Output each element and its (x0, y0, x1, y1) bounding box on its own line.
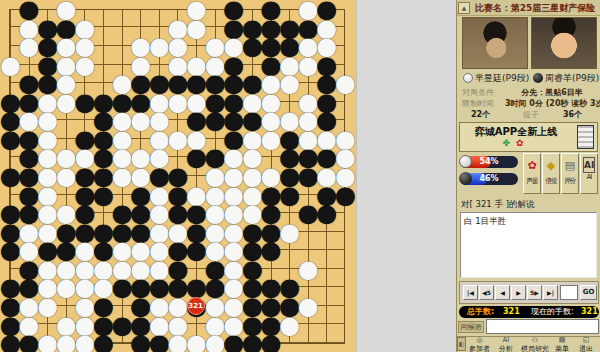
total-moves-label: 总手数: (467, 306, 494, 318)
forward-1-button[interactable]: ▶ (511, 285, 526, 300)
black-stone: ● (0, 334, 19, 352)
black-stone: ● (93, 334, 112, 352)
research-icon: ⚇ (521, 337, 549, 344)
game-info-panel: ▲ 比赛名：第25届三星财产保险 芈昱廷(P9段) 周睿羊(P9段) 对局条件 … (456, 0, 600, 352)
black-stone: ● (186, 148, 205, 167)
phone-icon (577, 125, 594, 149)
white-stone: ● (167, 93, 186, 112)
black-stone: ● (0, 130, 19, 149)
total-moves-value: 321 (503, 306, 520, 318)
move-count-bar: 总手数: 321 现在的手数: 321 (459, 306, 599, 318)
white-stone: ● (74, 56, 93, 75)
black-stone: ● (149, 334, 168, 352)
time-limit-row: 限制时间 3时间 0分 (20秒 读秒 3次) (457, 98, 600, 109)
panel-collapse-handle[interactable]: ◧ (457, 337, 466, 351)
black-captures-count: 36个 (563, 109, 582, 120)
black-vote-bar: 46% (460, 173, 518, 185)
first-move-button[interactable]: |◀ (463, 285, 478, 300)
last-move-badge: 321 (187, 297, 205, 315)
move-navigation-bar: |◀ ◀5 ◀ ▶ 5▶ ▶| GO (459, 281, 599, 304)
white-stone: ● (298, 297, 317, 316)
black-stone: ● (74, 93, 93, 112)
participants-label: 参加者 (469, 345, 490, 352)
exit-icon: ◱ (579, 337, 593, 344)
black-stone: ● (242, 334, 261, 352)
black-stone-icon (533, 73, 543, 83)
white-vote-bar: 54% (460, 156, 518, 168)
black-stone: ● (261, 334, 280, 352)
white-stone: ● (130, 111, 149, 130)
exit-button[interactable]: ◱退出 (579, 337, 593, 352)
white-stone: ● (167, 334, 186, 352)
board-panel-gap (356, 0, 457, 352)
red-gift-icon[interactable]: ✿ (516, 138, 530, 148)
bet-points-button[interactable]: ▤ 押分 (561, 153, 579, 194)
white-stone: ● (37, 297, 56, 316)
white-captures-count: 22个 (471, 109, 490, 120)
white-stone: ● (186, 19, 205, 38)
conditions-label: 对局条件 (462, 87, 494, 98)
white-stone: ● (149, 37, 168, 56)
last-move-button[interactable]: ▶| (543, 285, 558, 300)
game-research-label: 棋局研究 (521, 345, 549, 352)
white-stone: ● (298, 56, 317, 75)
ai-icon: AI (583, 157, 595, 173)
back-1-button[interactable]: ◀ (495, 285, 510, 300)
menu-label: 菜单 (555, 345, 569, 352)
current-move-value: 321 (581, 306, 598, 318)
white-stone: ● (74, 334, 93, 352)
app-window: ●●●●●●●●●●●●●●●●●●●●●●●●●●●●●●●●●●●●●●●●… (0, 0, 600, 352)
gift-icons: ✤✿ (460, 138, 572, 148)
game-research-button[interactable]: ⚇棋局研究 (521, 337, 549, 352)
match-title-bar: ▲ 比赛名：第25届三星财产保险 (457, 0, 600, 16)
bottom-toolbar: ◎参加者 AI分析 ⚇棋局研究 ▤菜单 ◱退出 (457, 336, 600, 352)
black-stone: ● (298, 204, 317, 223)
ai-analysis-label: 分析 (499, 345, 513, 352)
black-stone: ● (279, 186, 298, 205)
white-stone: ● (335, 74, 354, 93)
white-stone: ● (279, 74, 298, 93)
go-button[interactable]: GO (580, 285, 597, 300)
black-stone: ● (298, 167, 317, 186)
cheer-label: 声援 (525, 176, 539, 186)
ai-label: AI (582, 173, 596, 181)
white-stone: ● (56, 167, 75, 186)
white-player-name: 芈昱廷(P9段) (475, 73, 529, 83)
menu-button[interactable]: ▤菜单 (555, 337, 569, 352)
messenger-button[interactable]: ◆ 信使 (542, 153, 560, 194)
time-limit-label: 限制时间 (462, 98, 494, 109)
black-stone: ● (223, 334, 242, 352)
black-stone: ● (130, 334, 149, 352)
captures-label: 提子 (523, 109, 539, 120)
white-stone: ● (279, 223, 298, 242)
black-vote-stone-icon (459, 172, 472, 185)
cheer-button[interactable]: ✿ 声援 (523, 153, 541, 194)
game-conditions-row: 对局条件 分先：黑贴6目半 (457, 87, 600, 98)
white-stone: ● (279, 316, 298, 335)
bet-points-label: 押分 (563, 176, 577, 186)
time-limit-value: 3时间 0分 (20秒 读秒 3次) (505, 98, 599, 109)
forward-5-button[interactable]: 5▶ (527, 285, 542, 300)
greeting-input[interactable] (486, 319, 599, 334)
commentary-header: 对[ 321 手 ]的解说 (461, 199, 534, 211)
ai-analysis-button[interactable]: AI分析 (499, 337, 513, 352)
black-stone: ● (112, 278, 131, 297)
black-stone: ● (335, 186, 354, 205)
white-stone: ● (205, 334, 224, 352)
black-player-name: 周睿羊(P9段) (545, 73, 599, 83)
app-promo-banner[interactable]: 弈城APP全新上线 ✤✿ (459, 122, 598, 152)
gold-ingot-icon: ◆ (543, 154, 559, 176)
captures-row: 22个 提子 36个 (457, 109, 600, 120)
black-player-photo (531, 17, 597, 69)
participants-button[interactable]: ◎参加者 (469, 337, 490, 352)
current-move-label: 现在的手数: (531, 306, 574, 318)
white-stone: ● (186, 334, 205, 352)
rose-icon: ✿ (524, 154, 540, 176)
white-stone: ● (0, 56, 19, 75)
person-icon: ◎ (469, 337, 490, 344)
white-stone: ● (261, 130, 280, 149)
white-stone: ● (37, 334, 56, 352)
white-stone: ● (19, 37, 38, 56)
white-player-name-row: 芈昱廷(P9段) (463, 72, 529, 84)
go-board[interactable]: ●●●●●●●●●●●●●●●●●●●●●●●●●●●●●●●●●●●●●●●●… (0, 0, 356, 352)
black-stone: ● (19, 334, 38, 352)
black-stone: ● (0, 241, 19, 260)
white-stone: ● (56, 93, 75, 112)
black-stone: ● (242, 37, 261, 56)
banner-text: 弈城APP全新上线 (460, 125, 572, 139)
white-stone-icon (463, 73, 473, 83)
black-stone: ● (186, 241, 205, 260)
coins-icon: ▤ (562, 154, 578, 176)
black-stone: ● (205, 111, 224, 130)
black-stone: ● (0, 167, 19, 186)
collapse-button[interactable]: ▲ (458, 2, 470, 14)
green-gift-icon[interactable]: ✤ (502, 138, 516, 148)
black-stone: ● (93, 186, 112, 205)
menu-icon: ▤ (555, 337, 569, 344)
match-title: 比赛名：第25届三星财产保险 (471, 2, 599, 15)
black-stone: ● (261, 241, 280, 260)
white-stone: ● (112, 167, 131, 186)
black-player-name-row: 周睿羊(P9段) (533, 72, 599, 84)
white-vote-stone-icon (459, 155, 472, 168)
white-stone: ● (167, 130, 186, 149)
black-stone: ● (112, 316, 131, 335)
white-stone: ● (56, 278, 75, 297)
greeting-label: 问候语 (458, 321, 484, 333)
white-player-photo (462, 17, 528, 69)
back-5-button[interactable]: ◀5 (479, 285, 494, 300)
commentary-text-area[interactable]: 白 1目半胜 (460, 212, 597, 278)
white-stone: ● (298, 260, 317, 279)
black-stone: ● (316, 204, 335, 223)
messenger-label: 信使 (544, 176, 558, 186)
white-stone: ● (56, 334, 75, 352)
ai-button[interactable]: AI AI (580, 153, 598, 194)
conditions-value: 分先：黑贴6目半 (505, 87, 599, 98)
move-number-input[interactable] (560, 285, 578, 300)
exit-label: 退出 (579, 345, 593, 352)
ai-analysis-icon: AI (499, 337, 513, 344)
